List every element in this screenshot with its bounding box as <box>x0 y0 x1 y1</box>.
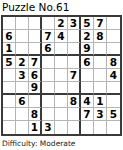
sudoku-cell-r4c4[interactable] <box>42 56 55 69</box>
sudoku-cell-r9c2[interactable] <box>16 121 29 134</box>
sudoku-cell-r8c3[interactable]: 8 <box>29 108 42 121</box>
sudoku-cell-r8c6[interactable] <box>68 108 81 121</box>
sudoku-cell-r9c5[interactable] <box>55 121 68 134</box>
sudoku-cell-r8c5[interactable] <box>55 108 68 121</box>
sudoku-cell-r7c3[interactable] <box>29 95 42 108</box>
sudoku-cell-r3c4[interactable]: 6 <box>42 43 55 56</box>
sudoku-cell-r4c7[interactable]: 6 <box>81 56 94 69</box>
sudoku-cell-r4c9[interactable]: 8 <box>107 56 120 69</box>
sudoku-cell-r1c4[interactable] <box>42 17 55 30</box>
sudoku-cell-r9c8[interactable] <box>94 121 107 134</box>
sudoku-cell-r6c9[interactable] <box>107 82 120 95</box>
sudoku-cell-r2c9[interactable] <box>107 30 120 43</box>
sudoku-cell-r5c1[interactable] <box>3 69 16 82</box>
sudoku-cell-r4c8[interactable] <box>94 56 107 69</box>
sudoku-cell-r1c1[interactable] <box>3 17 16 30</box>
sudoku-cell-r6c4[interactable] <box>42 82 55 95</box>
sudoku-cell-r1c6[interactable]: 3 <box>68 17 81 30</box>
sudoku-cell-r3c2[interactable] <box>16 43 29 56</box>
sudoku-cell-r2c7[interactable]: 2 <box>81 30 94 43</box>
sudoku-cell-r9c4[interactable]: 3 <box>42 121 55 134</box>
sudoku-cell-r3c7[interactable]: 9 <box>81 43 94 56</box>
sudoku-cell-r6c7[interactable] <box>81 82 94 95</box>
sudoku-cell-r5c2[interactable]: 3 <box>16 69 29 82</box>
sudoku-cell-r5c6[interactable]: 7 <box>68 69 81 82</box>
sudoku-board: 23576742816952768367496841873513 <box>1 15 122 136</box>
sudoku-cell-r7c4[interactable] <box>42 95 55 108</box>
sudoku-cell-r1c9[interactable] <box>107 17 120 30</box>
sudoku-cell-r5c3[interactable]: 6 <box>29 69 42 82</box>
sudoku-cell-r3c5[interactable] <box>55 43 68 56</box>
puzzle-title: Puzzle No.61 <box>0 0 123 14</box>
sudoku-cell-r3c6[interactable] <box>68 43 81 56</box>
sudoku-cell-r4c1[interactable]: 5 <box>3 56 16 69</box>
sudoku-cell-r6c5[interactable] <box>55 82 68 95</box>
sudoku-cell-r9c1[interactable] <box>3 121 16 134</box>
sudoku-cell-r3c8[interactable] <box>94 43 107 56</box>
sudoku-cell-r5c8[interactable] <box>94 69 107 82</box>
sudoku-cell-r2c3[interactable] <box>29 30 42 43</box>
sudoku-cell-r5c7[interactable] <box>81 69 94 82</box>
sudoku-cell-r4c2[interactable]: 2 <box>16 56 29 69</box>
sudoku-cell-r2c1[interactable]: 6 <box>3 30 16 43</box>
sudoku-cell-r7c8[interactable]: 1 <box>94 95 107 108</box>
sudoku-cell-r1c3[interactable] <box>29 17 42 30</box>
sudoku-cell-r2c5[interactable]: 4 <box>55 30 68 43</box>
sudoku-cell-r7c7[interactable]: 4 <box>81 95 94 108</box>
sudoku-cell-r2c8[interactable]: 8 <box>94 30 107 43</box>
sudoku-cell-r8c2[interactable] <box>16 108 29 121</box>
sudoku-cell-r2c2[interactable] <box>16 30 29 43</box>
sudoku-cell-r7c9[interactable] <box>107 95 120 108</box>
sudoku-cell-r3c1[interactable]: 1 <box>3 43 16 56</box>
sudoku-cell-r9c7[interactable] <box>81 121 94 134</box>
sudoku-cell-r7c5[interactable] <box>55 95 68 108</box>
sudoku-cell-r9c9[interactable] <box>107 121 120 134</box>
sudoku-cell-r6c8[interactable] <box>94 82 107 95</box>
sudoku-cell-r5c5[interactable] <box>55 69 68 82</box>
sudoku-cell-r8c8[interactable]: 3 <box>94 108 107 121</box>
sudoku-cell-r4c3[interactable]: 7 <box>29 56 42 69</box>
sudoku-cell-r5c9[interactable]: 4 <box>107 69 120 82</box>
sudoku-cell-r7c2[interactable]: 6 <box>16 95 29 108</box>
sudoku-cell-r2c4[interactable]: 7 <box>42 30 55 43</box>
sudoku-cell-r9c3[interactable]: 1 <box>29 121 42 134</box>
difficulty-label: Difficulty: Moderate <box>0 136 123 148</box>
sudoku-cell-r6c3[interactable]: 9 <box>29 82 42 95</box>
sudoku-cell-r7c1[interactable] <box>3 95 16 108</box>
sudoku-cell-r6c2[interactable] <box>16 82 29 95</box>
sudoku-cell-r6c6[interactable] <box>68 82 81 95</box>
sudoku-cell-r8c4[interactable] <box>42 108 55 121</box>
sudoku-cell-r1c8[interactable]: 7 <box>94 17 107 30</box>
sudoku-cell-r9c6[interactable] <box>68 121 81 134</box>
sudoku-cell-r2c6[interactable] <box>68 30 81 43</box>
sudoku-page: Puzzle No.61 235767428169527683674968418… <box>0 0 123 150</box>
sudoku-cell-r8c9[interactable]: 5 <box>107 108 120 121</box>
sudoku-cell-r8c1[interactable] <box>3 108 16 121</box>
sudoku-cell-r3c3[interactable] <box>29 43 42 56</box>
sudoku-cell-r1c5[interactable]: 2 <box>55 17 68 30</box>
sudoku-cell-r3c9[interactable] <box>107 43 120 56</box>
sudoku-cell-r7c6[interactable]: 8 <box>68 95 81 108</box>
sudoku-cell-r8c7[interactable]: 7 <box>81 108 94 121</box>
sudoku-cell-r6c1[interactable] <box>3 82 16 95</box>
sudoku-cell-r4c5[interactable] <box>55 56 68 69</box>
sudoku-cell-r4c6[interactable] <box>68 56 81 69</box>
sudoku-cell-r1c7[interactable]: 5 <box>81 17 94 30</box>
sudoku-cell-r1c2[interactable] <box>16 17 29 30</box>
sudoku-cell-r5c4[interactable] <box>42 69 55 82</box>
